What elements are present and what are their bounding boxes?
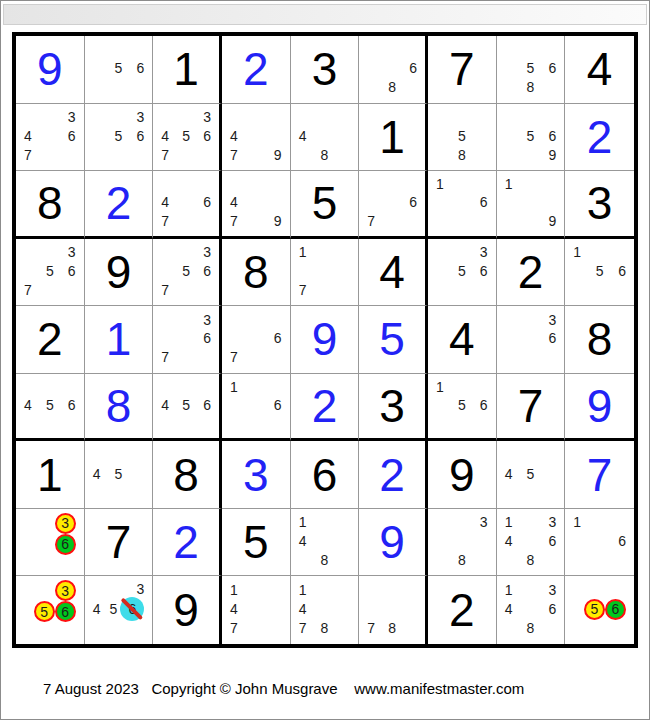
candidate-4[interactable]: 4 [299, 602, 307, 616]
cell-r1c2[interactable]: 56 [85, 36, 154, 104]
pencilmark-slot-8 [41, 280, 58, 299]
pencilmark-slot-9 [470, 280, 487, 299]
pencilmark-grid: 13468 [497, 509, 565, 576]
cell-r4c6[interactable]: 4 [359, 239, 428, 307]
given-digit-9: 9 [449, 452, 475, 498]
pencilmark-slot-6: 6 [58, 262, 75, 281]
cell-r8c8[interactable]: 13468 [497, 509, 566, 577]
candidate-3[interactable]: 3 [137, 110, 145, 124]
cell-r3c2[interactable]: 2 [85, 171, 154, 239]
candidate-6[interactable]: 6 [68, 264, 76, 278]
cell-r6c6[interactable]: 3 [359, 374, 428, 442]
cell-r6c8[interactable]: 7 [497, 374, 566, 442]
cell-r2c1[interactable]: 3467 [16, 104, 85, 172]
candidate-5[interactable]: 5 [34, 601, 55, 622]
pencilmark-slot-4: 4 [230, 600, 247, 619]
candidate-5[interactable]: 5 [596, 264, 604, 278]
cell-r6c2[interactable]: 8 [85, 374, 154, 442]
candidate-4[interactable]: 4 [230, 129, 238, 143]
pencilmark-grid: 45 [85, 441, 153, 508]
cell-r8c9[interactable]: 16 [565, 509, 634, 577]
given-digit-2: 2 [449, 587, 475, 633]
candidate-6[interactable]: 6 [274, 398, 282, 412]
cell-r1c1[interactable]: 9 [16, 36, 85, 104]
solved-digit-5: 5 [379, 316, 405, 362]
pencilmark-slot-6 [400, 600, 417, 619]
candidate-5[interactable]: 5 [182, 398, 190, 412]
cell-r5c1[interactable]: 2 [16, 306, 85, 374]
cell-r4c2[interactable]: 9 [85, 239, 154, 307]
pencilmark-slot-6 [127, 464, 144, 483]
pencilmark-slot-6 [333, 126, 350, 145]
pencilmark-slot-8 [522, 348, 539, 367]
candidate-5[interactable]: 5 [46, 264, 54, 278]
cell-r2c4[interactable]: 479 [222, 104, 291, 172]
pencilmark-grid: 16 [222, 374, 290, 439]
given-digit-8: 8 [173, 452, 199, 498]
candidate-7[interactable]: 7 [367, 214, 375, 228]
pencilmark-slot-9 [194, 414, 211, 432]
cell-r8c7[interactable]: 38 [428, 509, 497, 577]
candidate-7[interactable]: 7 [230, 148, 238, 162]
candidate-6[interactable]: 6 [55, 601, 76, 622]
pencilmark-slot-9 [608, 551, 626, 570]
candidate-3[interactable]: 3 [55, 513, 76, 534]
cell-r8c3[interactable]: 2 [153, 509, 222, 577]
candidate-8[interactable]: 8 [321, 148, 329, 162]
cell-r1c4[interactable]: 2 [222, 36, 291, 104]
pencilmark-slot-6: 6 [539, 329, 556, 348]
pencilmark-slot-1: 1 [505, 580, 522, 599]
pencilmark-slot-8 [522, 211, 539, 229]
pencilmark-slot-7: 7 [161, 348, 178, 367]
cell-r5c6[interactable]: 5 [359, 306, 428, 374]
cell-r6c9[interactable]: 9 [565, 374, 634, 442]
cell-r7c7[interactable]: 9 [428, 441, 497, 509]
cell-r6c3[interactable]: 456 [153, 374, 222, 442]
pencilmark-slot-4 [505, 126, 522, 145]
pencilmark-slot-8 [584, 620, 605, 638]
cell-r8c6[interactable]: 9 [359, 509, 428, 577]
pencilmark-slot-1 [505, 310, 522, 329]
pencilmark-slot-3: 3 [470, 243, 487, 262]
cell-r8c4[interactable]: 5 [222, 509, 291, 577]
candidate-4[interactable]: 4 [161, 129, 169, 143]
candidate-6[interactable]: 6 [203, 264, 211, 278]
pencilmark-slot-7 [573, 551, 591, 570]
cell-r3c5[interactable]: 5 [291, 171, 360, 239]
pencilmark-slot-2 [522, 310, 539, 329]
cell-r7c8[interactable]: 45 [497, 441, 566, 509]
candidate-6[interactable]: 6 [203, 129, 211, 143]
candidate-3[interactable]: 3 [549, 515, 557, 529]
candidate-1[interactable]: 1 [573, 515, 581, 529]
cell-r8c1[interactable]: 36 [16, 509, 85, 577]
pencilmark-slot-7: 7 [24, 145, 41, 164]
candidate-5[interactable]: 5 [527, 467, 535, 481]
pencilmark-slot-1: 1 [505, 513, 522, 532]
cell-r6c5[interactable]: 2 [291, 374, 360, 442]
pencilmark-slot-2 [453, 108, 470, 127]
pencilmark-slot-2 [522, 580, 539, 599]
pencilmark-slot-9 [58, 280, 75, 299]
candidate-6[interactable]: 6 [549, 61, 557, 75]
cell-r7c5[interactable]: 6 [291, 441, 360, 509]
given-digit-8: 8 [37, 180, 63, 226]
pencilmark-slot-9 [264, 348, 281, 367]
cell-r7c2[interactable]: 45 [85, 441, 154, 509]
cell-r4c7[interactable]: 356 [428, 239, 497, 307]
candidate-3[interactable]: 3 [68, 110, 76, 124]
cell-r3c7[interactable]: 16 [428, 171, 497, 239]
candidate-6[interactable]: 6 [137, 129, 145, 143]
given-digit-2: 2 [37, 316, 63, 362]
cell-r1c5[interactable]: 3 [291, 36, 360, 104]
pencilmark-slot-6: 6 [127, 59, 144, 78]
candidate-4[interactable]: 4 [93, 467, 101, 481]
candidate-6[interactable]: 6 [203, 195, 211, 209]
candidate-6[interactable]: 6 [68, 129, 76, 143]
cell-r7c3[interactable]: 8 [153, 441, 222, 509]
pencilmark-slot-8 [178, 348, 195, 367]
candidate-4[interactable]: 4 [505, 534, 513, 548]
cell-r5c5[interactable]: 9 [291, 306, 360, 374]
cell-r5c7[interactable]: 4 [428, 306, 497, 374]
cell-r3c1[interactable]: 8 [16, 171, 85, 239]
cell-r4c3[interactable]: 3567 [153, 239, 222, 307]
candidate-5[interactable]: 5 [584, 599, 605, 620]
cell-r8c5[interactable]: 148 [291, 509, 360, 577]
pencilmark-slot-4: 4 [299, 600, 316, 619]
cell-r9c3[interactable]: 9 [153, 576, 222, 644]
candidate-7[interactable]: 7 [230, 350, 238, 364]
candidate-8[interactable]: 8 [321, 553, 329, 567]
candidate-1[interactable]: 1 [299, 583, 307, 597]
pencilmark-slot-3 [264, 175, 281, 193]
pencilmark-slot-8: 8 [522, 551, 539, 570]
candidate-7[interactable]: 7 [161, 283, 169, 297]
candidate-4[interactable]: 4 [161, 398, 169, 412]
cell-r6c4[interactable]: 16 [222, 374, 291, 442]
pencilmark-slot-9: 9 [264, 211, 281, 229]
pencilmark-slot-9 [194, 145, 211, 164]
candidate-4[interactable]: 4 [24, 129, 32, 143]
cell-r5c2[interactable]: 1 [85, 306, 154, 374]
candidate-5[interactable]: 5 [458, 398, 466, 412]
cell-r2c5[interactable]: 48 [291, 104, 360, 172]
pencilmark-slot-3 [264, 310, 281, 329]
candidate-4[interactable]: 4 [230, 195, 238, 209]
candidate-5[interactable]: 5 [110, 602, 118, 616]
cell-r2c8[interactable]: 569 [497, 104, 566, 172]
cell-r9c4[interactable]: 147 [222, 576, 291, 644]
pencilmark-slot-1 [436, 513, 453, 532]
pencilmark-slot-9 [470, 551, 487, 570]
candidate-5[interactable]: 5 [182, 264, 190, 278]
candidate-5[interactable]: 5 [182, 129, 190, 143]
candidate-8[interactable]: 8 [527, 80, 535, 94]
pencilmark-slot-2 [247, 310, 264, 329]
pencilmark-slot-5: 5 [178, 262, 195, 281]
cell-r4c5[interactable]: 17 [291, 239, 360, 307]
pencilmark-slot-5 [522, 532, 539, 551]
candidate-7[interactable]: 7 [24, 283, 32, 297]
cell-r4c4[interactable]: 8 [222, 239, 291, 307]
candidate-6[interactable]: 6 [409, 195, 417, 209]
cell-r7c9[interactable]: 7 [565, 441, 634, 509]
candidate-6[interactable]: 6 [137, 61, 145, 75]
candidate-4[interactable]: 4 [299, 534, 307, 548]
pencilmark-slot-3 [264, 378, 281, 396]
cell-r7c6[interactable]: 2 [359, 441, 428, 509]
candidate-3[interactable]: 3 [549, 313, 557, 327]
cell-r4c9[interactable]: 156 [565, 239, 634, 307]
cell-r3c6[interactable]: 67 [359, 171, 428, 239]
candidate-1[interactable]: 1 [505, 177, 513, 191]
pencilmark-slot-9 [120, 621, 144, 638]
candidate-6[interactable]: 6 [480, 195, 488, 209]
cell-r5c8[interactable]: 36 [497, 306, 566, 374]
candidate-5[interactable]: 5 [115, 61, 123, 75]
pencilmark-slot-6: 6 [608, 262, 626, 281]
candidate-6[interactable]: 6 [480, 398, 488, 412]
candidate-5[interactable]: 5 [527, 61, 535, 75]
pencilmark-slot-2 [384, 175, 401, 193]
cell-r4c8[interactable]: 2 [497, 239, 566, 307]
pencilmark-slot-4 [436, 262, 453, 281]
candidate-6[interactable]: 6 [549, 129, 557, 143]
candidate-4[interactable]: 4 [161, 195, 169, 209]
cell-r3c8[interactable]: 19 [497, 171, 566, 239]
candidate-8[interactable]: 8 [458, 553, 466, 567]
candidate-6[interactable]: 6 [618, 264, 626, 278]
candidate-4[interactable]: 4 [24, 398, 32, 412]
candidate-6[interactable]: 6 [549, 602, 557, 616]
candidate-7[interactable]: 7 [161, 350, 169, 364]
candidate-7[interactable]: 7 [367, 621, 375, 635]
candidate-9[interactable]: 9 [549, 214, 557, 228]
candidate-1[interactable]: 1 [436, 380, 444, 394]
pencilmark-slot-2 [39, 513, 54, 534]
candidate-4[interactable]: 4 [299, 129, 307, 143]
candidate-8[interactable]: 8 [388, 80, 396, 94]
candidate-1[interactable]: 1 [299, 515, 307, 529]
candidate-8[interactable]: 8 [458, 148, 466, 162]
candidate-1[interactable]: 1 [299, 245, 307, 259]
pencilmark-slot-1 [367, 40, 384, 59]
pencilmark-slot-8 [522, 483, 539, 502]
cell-r9c2[interactable]: 3456 [85, 576, 154, 644]
candidate-8[interactable]: 8 [321, 621, 329, 635]
candidate-6[interactable]: 6 [203, 398, 211, 412]
cell-r1c7[interactable]: 7 [428, 36, 497, 104]
candidate-8[interactable]: 8 [527, 621, 535, 635]
candidate-3[interactable]: 3 [137, 582, 145, 596]
candidate-3[interactable]: 3 [203, 245, 211, 259]
solved-digit-3: 3 [243, 452, 269, 498]
candidate-5[interactable]: 5 [458, 264, 466, 278]
candidate-1[interactable]: 1 [573, 245, 581, 259]
cell-r3c3[interactable]: 467 [153, 171, 222, 239]
candidate-7[interactable]: 7 [230, 621, 238, 635]
candidate-8[interactable]: 8 [388, 621, 396, 635]
pencilmark-slot-6: 6 [605, 599, 626, 620]
cell-r8c2[interactable]: 7 [85, 509, 154, 577]
candidate-3[interactable]: 3 [203, 313, 211, 327]
pencilmark-slot-5: 5 [591, 262, 609, 281]
candidate-7[interactable]: 7 [161, 214, 169, 228]
pencilmark-slot-3: 3 [120, 580, 144, 597]
pencilmark-grid: 56 [565, 576, 634, 644]
pencilmark-slot-1 [93, 580, 107, 597]
pencilmark-slot-3: 3 [55, 580, 76, 601]
pencilmark-slot-4: 4 [230, 126, 247, 145]
candidate-6[interactable]: 6 [68, 398, 76, 412]
cell-r9c9[interactable]: 56 [565, 576, 634, 644]
cell-r3c4[interactable]: 479 [222, 171, 291, 239]
given-digit-6: 6 [312, 452, 338, 498]
candidate-6[interactable]: 6 [409, 61, 417, 75]
cell-r2c9[interactable]: 2 [565, 104, 634, 172]
candidate-6[interactable]: 6 [203, 331, 211, 345]
solved-digit-9: 9 [37, 46, 63, 92]
pencilmark-slot-5: 5 [110, 464, 127, 483]
candidate-5[interactable]: 5 [458, 129, 466, 143]
pencilmark-slot-7 [573, 620, 584, 638]
candidate-1[interactable]: 1 [505, 515, 513, 529]
pencilmark-slot-1 [93, 445, 110, 464]
cell-r6c1[interactable]: 456 [16, 374, 85, 442]
cell-r2c7[interactable]: 58 [428, 104, 497, 172]
pencilmark-slot-5: 5 [110, 126, 127, 145]
candidate-9[interactable]: 9 [549, 148, 557, 162]
candidate-7[interactable]: 7 [24, 148, 32, 162]
candidate-9[interactable]: 9 [274, 148, 282, 162]
pencilmark-slot-8 [34, 622, 55, 638]
pencilmark-slot-8 [41, 145, 58, 164]
pencilmark-slot-2 [522, 445, 539, 464]
cell-r5c3[interactable]: 367 [153, 306, 222, 374]
cell-r3c9[interactable]: 3 [565, 171, 634, 239]
candidate-4[interactable]: 4 [93, 602, 101, 616]
pencilmark-slot-2 [384, 40, 401, 59]
sudoku-page: 9561236875684346735634567479481585692824… [0, 0, 650, 720]
pencilmark-slot-7 [24, 414, 41, 432]
pencilmark-slot-7 [505, 211, 522, 229]
cell-r9c1[interactable]: 356 [16, 576, 85, 644]
cell-r1c6[interactable]: 68 [359, 36, 428, 104]
cell-r2c6[interactable]: 1 [359, 104, 428, 172]
cell-r7c1[interactable]: 1 [16, 441, 85, 509]
cell-r9c5[interactable]: 1478 [291, 576, 360, 644]
pencilmark-slot-4: 4 [505, 464, 522, 483]
candidate-6[interactable]: 6 [120, 597, 144, 621]
candidate-3[interactable]: 3 [480, 515, 488, 529]
candidate-6[interactable]: 6 [549, 331, 557, 345]
given-digit-1: 1 [379, 114, 405, 160]
candidate-5[interactable]: 5 [527, 129, 535, 143]
pencilmark-grid: 16 [565, 509, 634, 576]
candidate-3[interactable]: 3 [55, 580, 76, 601]
pencilmark-slot-7 [436, 280, 453, 299]
cell-r1c9[interactable]: 4 [565, 36, 634, 104]
pencilmark-slot-2 [453, 378, 470, 396]
candidate-5[interactable]: 5 [46, 398, 54, 412]
pencilmark-slot-9 [194, 211, 211, 229]
candidate-4[interactable]: 4 [505, 602, 513, 616]
cell-r1c8[interactable]: 568 [497, 36, 566, 104]
candidate-6[interactable]: 6 [618, 534, 626, 548]
cell-r9c8[interactable]: 13468 [497, 576, 566, 644]
candidate-5[interactable]: 5 [115, 129, 123, 143]
cell-r1c3[interactable]: 1 [153, 36, 222, 104]
pencilmark-slot-2 [522, 108, 539, 127]
candidate-6[interactable]: 6 [549, 534, 557, 548]
candidate-6[interactable]: 6 [274, 331, 282, 345]
candidate-1[interactable]: 1 [230, 380, 238, 394]
pencilmark-slot-8 [41, 414, 58, 432]
pencilmark-slot-5 [522, 600, 539, 619]
cell-r5c9[interactable]: 8 [565, 306, 634, 374]
candidate-6[interactable]: 6 [480, 264, 488, 278]
solved-digit-2: 2 [106, 180, 132, 226]
candidate-6[interactable]: 6 [55, 534, 76, 555]
cell-r4c1[interactable]: 3567 [16, 239, 85, 307]
candidate-7[interactable]: 7 [299, 621, 307, 635]
pencilmark-slot-6 [470, 532, 487, 551]
pencilmark-grid: 456 [153, 374, 219, 439]
candidate-4[interactable]: 4 [230, 602, 238, 616]
pencilmark-slot-9: 9 [264, 145, 281, 164]
cell-r6c7[interactable]: 156 [428, 374, 497, 442]
candidate-3[interactable]: 3 [68, 245, 76, 259]
candidate-1[interactable]: 1 [505, 583, 513, 597]
pencilmark-slot-4: 4 [24, 396, 41, 414]
candidate-3[interactable]: 3 [480, 245, 488, 259]
pencilmark-slot-6: 6 [58, 126, 75, 145]
candidate-8[interactable]: 8 [527, 553, 535, 567]
pencilmark-slot-6 [264, 126, 281, 145]
pencilmark-slot-9 [470, 145, 487, 164]
candidate-1[interactable]: 1 [230, 583, 238, 597]
pencilmark-slot-1 [230, 175, 247, 193]
candidate-7[interactable]: 7 [299, 283, 307, 297]
pencilmark-grid: 45 [497, 441, 565, 508]
pencilmark-slot-4 [24, 601, 34, 622]
candidate-1[interactable]: 1 [436, 177, 444, 191]
pencilmark-slot-2 [106, 580, 120, 597]
cell-r9c7[interactable]: 2 [428, 576, 497, 644]
cell-r2c2[interactable]: 356 [85, 104, 154, 172]
cell-r9c6[interactable]: 78 [359, 576, 428, 644]
solved-digit-9: 9 [379, 519, 405, 565]
candidate-4[interactable]: 4 [505, 467, 513, 481]
cell-r7c4[interactable]: 3 [222, 441, 291, 509]
candidate-7[interactable]: 7 [161, 148, 169, 162]
pencilmark-slot-7 [230, 414, 247, 432]
candidate-3[interactable]: 3 [549, 583, 557, 597]
candidate-7[interactable]: 7 [230, 214, 238, 228]
candidate-5[interactable]: 5 [115, 467, 123, 481]
candidate-6[interactable]: 6 [605, 599, 626, 620]
pencilmark-slot-1 [24, 108, 41, 127]
cell-r2c3[interactable]: 34567 [153, 104, 222, 172]
cell-r5c4[interactable]: 67 [222, 306, 291, 374]
pencilmark-slot-3 [470, 108, 487, 127]
candidate-3[interactable]: 3 [203, 110, 211, 124]
candidate-9[interactable]: 9 [274, 214, 282, 228]
pencilmark-slot-8 [247, 414, 264, 432]
